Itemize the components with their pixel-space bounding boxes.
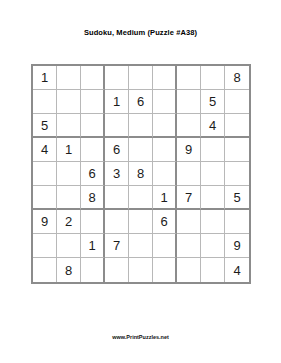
- sudoku-cell[interactable]: [201, 138, 225, 162]
- sudoku-cell[interactable]: [201, 186, 225, 210]
- sudoku-cell[interactable]: [105, 114, 129, 138]
- sudoku-cell[interactable]: 1: [33, 66, 57, 90]
- sudoku-cell[interactable]: [105, 66, 129, 90]
- sudoku-cell[interactable]: 9: [177, 138, 201, 162]
- sudoku-cell[interactable]: [225, 162, 249, 186]
- sudoku-cell[interactable]: [153, 66, 177, 90]
- sudoku-cell[interactable]: [201, 234, 225, 258]
- sudoku-cell[interactable]: 8: [57, 258, 81, 282]
- sudoku-cell[interactable]: 3: [105, 162, 129, 186]
- sudoku-cell[interactable]: 7: [105, 234, 129, 258]
- sudoku-cell[interactable]: 6: [153, 210, 177, 234]
- sudoku-cell[interactable]: [129, 186, 153, 210]
- sudoku-cell[interactable]: 1: [57, 138, 81, 162]
- sudoku-cell[interactable]: 4: [225, 258, 249, 282]
- sudoku-cell[interactable]: [225, 138, 249, 162]
- sudoku-cell[interactable]: 8: [225, 66, 249, 90]
- sudoku-cell[interactable]: [153, 90, 177, 114]
- sudoku-cell[interactable]: [153, 234, 177, 258]
- sudoku-cell[interactable]: 9: [225, 234, 249, 258]
- footer-url: www.PrintPuzzles.net: [0, 334, 281, 340]
- sudoku-cell[interactable]: [177, 258, 201, 282]
- sudoku-cell[interactable]: [177, 114, 201, 138]
- sudoku-board: 18165544169638817592617984: [31, 64, 251, 284]
- sudoku-cell[interactable]: 1: [105, 90, 129, 114]
- sudoku-cell[interactable]: [129, 210, 153, 234]
- sudoku-cell[interactable]: [177, 90, 201, 114]
- sudoku-cell[interactable]: [33, 186, 57, 210]
- sudoku-cell[interactable]: 5: [201, 90, 225, 114]
- sudoku-cell[interactable]: [153, 138, 177, 162]
- sudoku-cell[interactable]: 4: [201, 114, 225, 138]
- sudoku-cell[interactable]: [129, 138, 153, 162]
- sudoku-cell[interactable]: [153, 162, 177, 186]
- sudoku-cell[interactable]: 6: [105, 138, 129, 162]
- sudoku-cell[interactable]: [81, 138, 105, 162]
- sudoku-cell[interactable]: [33, 258, 57, 282]
- sudoku-cell[interactable]: [177, 162, 201, 186]
- sudoku-cell[interactable]: [33, 234, 57, 258]
- sudoku-cell[interactable]: [57, 114, 81, 138]
- sudoku-cell[interactable]: 1: [81, 234, 105, 258]
- sudoku-cell[interactable]: [129, 258, 153, 282]
- sudoku-cell[interactable]: [225, 114, 249, 138]
- sudoku-cell[interactable]: 4: [33, 138, 57, 162]
- sudoku-cell[interactable]: [81, 210, 105, 234]
- sudoku-cell[interactable]: [81, 114, 105, 138]
- sudoku-cell[interactable]: [153, 258, 177, 282]
- sudoku-cell[interactable]: 8: [129, 162, 153, 186]
- sudoku-cell[interactable]: [225, 210, 249, 234]
- page-title: Sudoku, Medium (Puzzle #A38): [0, 28, 281, 37]
- sudoku-cell[interactable]: [105, 210, 129, 234]
- sudoku-cell[interactable]: [57, 234, 81, 258]
- sudoku-cell[interactable]: 1: [153, 186, 177, 210]
- sudoku-cell[interactable]: [129, 66, 153, 90]
- sudoku-cell[interactable]: 5: [33, 114, 57, 138]
- sudoku-cell[interactable]: [225, 90, 249, 114]
- sudoku-cell[interactable]: [105, 186, 129, 210]
- sudoku-cell[interactable]: [81, 90, 105, 114]
- sudoku-cell[interactable]: [81, 258, 105, 282]
- sudoku-cell[interactable]: [81, 66, 105, 90]
- sudoku-cell[interactable]: 6: [81, 162, 105, 186]
- sudoku-cell[interactable]: [201, 258, 225, 282]
- sudoku-cell[interactable]: 8: [81, 186, 105, 210]
- sudoku-cell[interactable]: [177, 210, 201, 234]
- sudoku-cell[interactable]: [33, 162, 57, 186]
- sudoku-cell[interactable]: 7: [177, 186, 201, 210]
- sudoku-cell[interactable]: [177, 66, 201, 90]
- sudoku-cell[interactable]: [105, 258, 129, 282]
- sudoku-cell[interactable]: [129, 234, 153, 258]
- sudoku-cell[interactable]: 2: [57, 210, 81, 234]
- sudoku-cell[interactable]: [129, 114, 153, 138]
- sudoku-cell[interactable]: 5: [225, 186, 249, 210]
- sudoku-cell[interactable]: [57, 162, 81, 186]
- sudoku-cell[interactable]: [177, 234, 201, 258]
- sudoku-cell[interactable]: [153, 114, 177, 138]
- sudoku-cell[interactable]: [33, 90, 57, 114]
- sudoku-cell[interactable]: [57, 66, 81, 90]
- sudoku-cell[interactable]: [201, 66, 225, 90]
- sudoku-cell[interactable]: [57, 90, 81, 114]
- sudoku-cell[interactable]: 6: [129, 90, 153, 114]
- sudoku-cell[interactable]: 9: [33, 210, 57, 234]
- sudoku-cell[interactable]: [201, 210, 225, 234]
- sudoku-cell[interactable]: [57, 186, 81, 210]
- sudoku-cell[interactable]: [201, 162, 225, 186]
